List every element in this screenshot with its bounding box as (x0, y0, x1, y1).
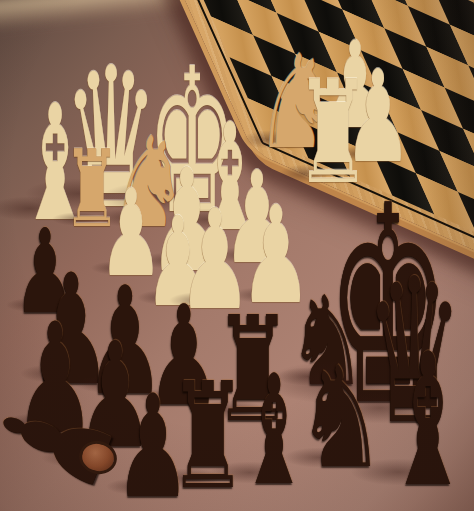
dark-bishop-b: ♝ (385, 330, 470, 511)
dark-pawn-7: ♟ (115, 376, 191, 511)
pieces-layer: ♛♚♝♝♜♞♟♟♟♟♟♟♞♜♟♟♚♛♝♝♞♞♜♜♟♟♟♟♟♟♟♟ (0, 0, 474, 511)
chess-set-photo: ♛♚♝♝♜♞♟♟♟♟♟♟♞♜♟♟♚♛♝♝♞♞♜♜♟♟♟♟♟♟♟♟ (0, 0, 474, 511)
dark-bishop-a: ♝ (239, 355, 310, 506)
